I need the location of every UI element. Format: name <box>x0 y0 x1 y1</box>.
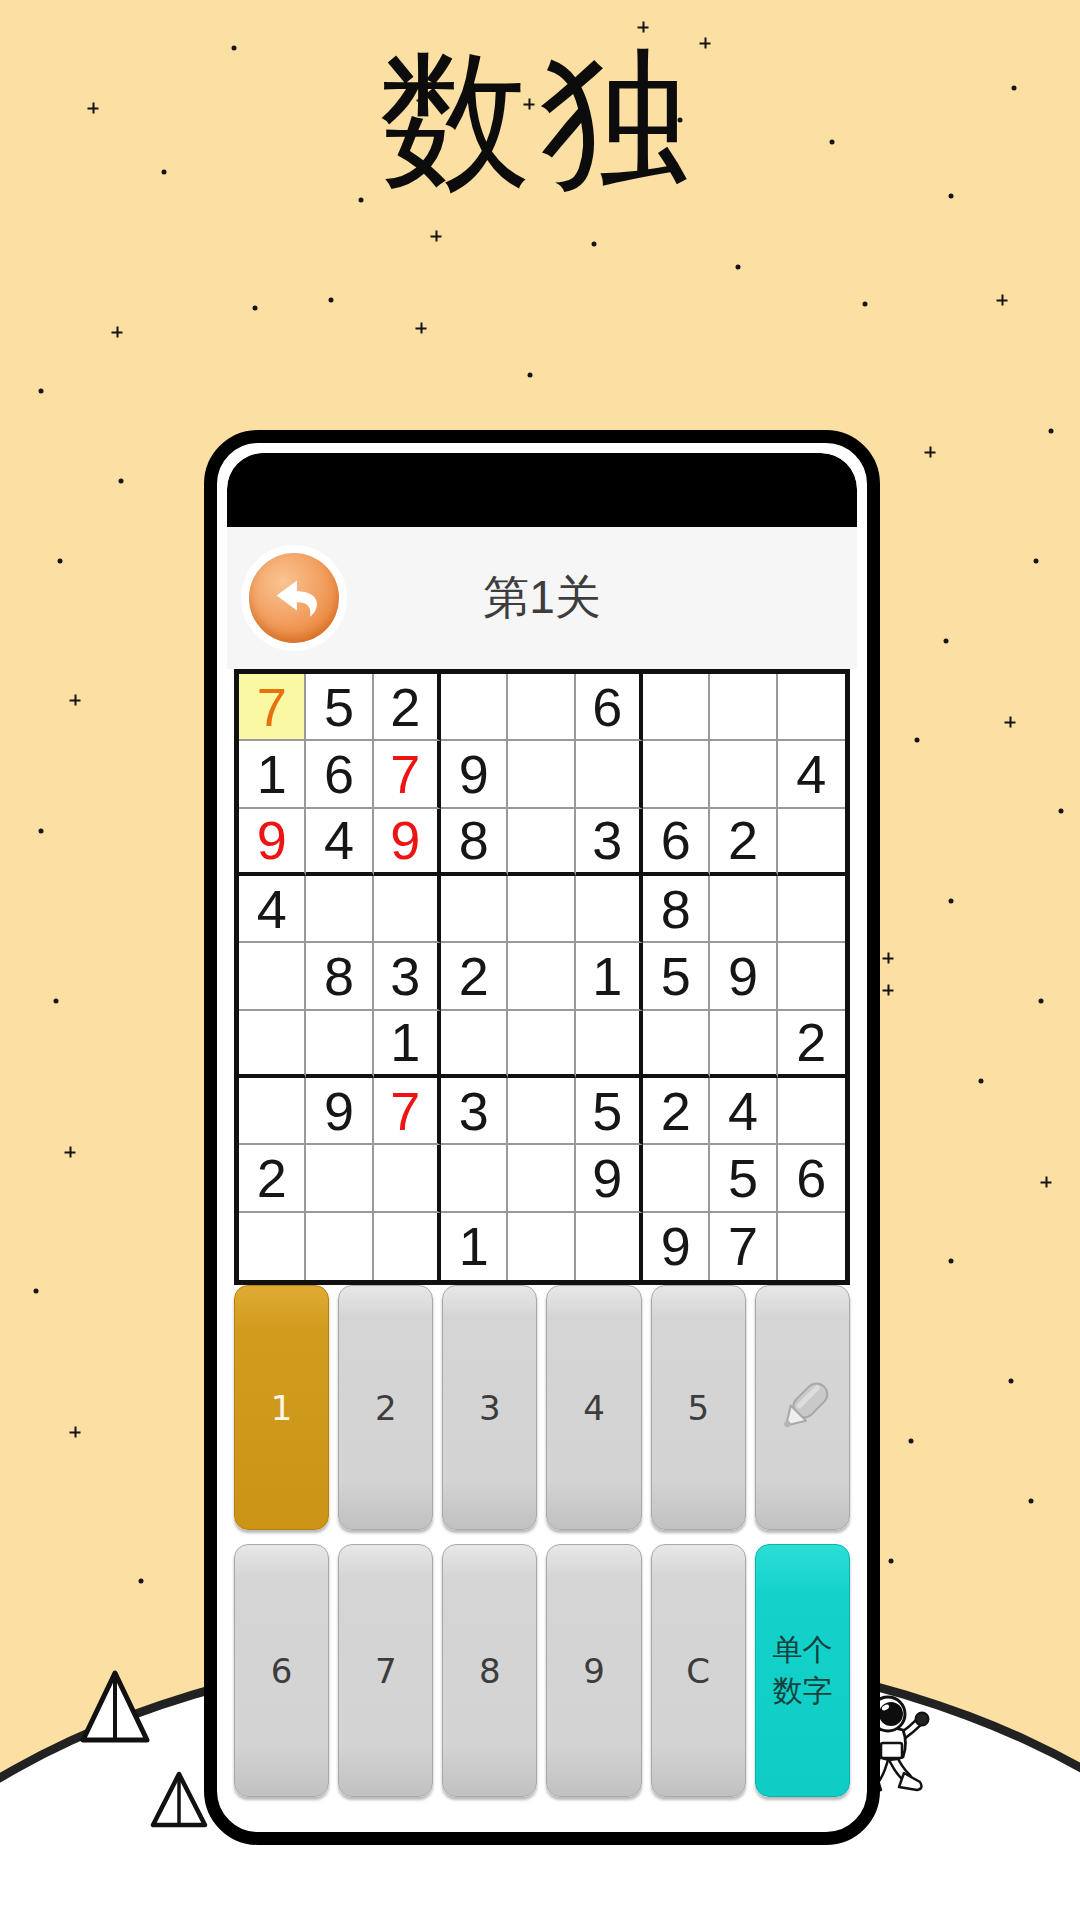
sudoku-cell-r2c4[interactable]: 9 <box>441 741 508 808</box>
key-9[interactable]: 9 <box>546 1544 641 1797</box>
sudoku-cell-r4c4[interactable] <box>441 876 508 943</box>
phone-frame: 第1关 752616794949836248832159129735242956… <box>204 430 880 1845</box>
sudoku-cell-r4c6[interactable] <box>576 876 643 943</box>
sudoku-cell-r4c1[interactable]: 4 <box>239 876 306 943</box>
star-decoration <box>944 639 949 644</box>
sudoku-cell-r4c8[interactable] <box>710 876 777 943</box>
sudoku-cell-r3c7[interactable]: 6 <box>643 809 710 876</box>
star-decoration <box>1034 559 1039 564</box>
sudoku-cell-r1c3[interactable]: 2 <box>374 674 441 741</box>
key-C[interactable]: C <box>651 1544 746 1797</box>
sudoku-cell-r1c9[interactable] <box>778 674 845 741</box>
sudoku-cell-r6c3[interactable]: 1 <box>374 1011 441 1078</box>
sudoku-cell-r3c5[interactable] <box>508 809 575 876</box>
sudoku-cell-r8c3[interactable] <box>374 1145 441 1212</box>
app-header: 第1关 <box>227 527 857 669</box>
star-decoration <box>1005 717 1016 728</box>
sudoku-cell-r7c9[interactable] <box>778 1078 845 1145</box>
star-decoration <box>915 738 920 743</box>
sudoku-cell-r7c1[interactable] <box>239 1078 306 1145</box>
sudoku-cell-r1c6[interactable]: 6 <box>576 674 643 741</box>
sudoku-cell-r5c7[interactable]: 5 <box>643 943 710 1010</box>
sudoku-cell-r6c4[interactable] <box>441 1011 508 1078</box>
keypad-row-2: 6789C单个数字 <box>234 1544 850 1797</box>
sudoku-cell-r2c8[interactable] <box>710 741 777 808</box>
sudoku-cell-r6c7[interactable] <box>643 1011 710 1078</box>
key-8[interactable]: 8 <box>442 1544 537 1797</box>
sudoku-cell-r2c6[interactable] <box>576 741 643 808</box>
sudoku-cell-r8c1[interactable]: 2 <box>239 1145 306 1212</box>
star-decoration <box>883 953 894 964</box>
key-3[interactable]: 3 <box>442 1285 537 1530</box>
star-decoration <box>863 302 868 307</box>
sudoku-cell-r9c1[interactable] <box>239 1213 306 1280</box>
pencil-icon <box>761 1367 843 1449</box>
sudoku-cell-r7c7[interactable]: 2 <box>643 1078 710 1145</box>
sudoku-cell-r9c9[interactable] <box>778 1213 845 1280</box>
star-decoration <box>39 829 44 834</box>
sudoku-cell-r5c2[interactable]: 8 <box>306 943 373 1010</box>
sudoku-cell-r5c9[interactable] <box>778 943 845 1010</box>
star-decoration <box>979 1079 984 1084</box>
key-7[interactable]: 7 <box>338 1544 433 1797</box>
sudoku-cell-r9c5[interactable] <box>508 1213 575 1280</box>
star-decoration <box>1049 429 1054 434</box>
sudoku-cell-r9c6[interactable] <box>576 1213 643 1280</box>
sudoku-cell-r3c2[interactable]: 4 <box>306 809 373 876</box>
star-decoration <box>253 306 258 311</box>
star-decoration <box>883 985 894 996</box>
star-decoration <box>997 295 1008 306</box>
sudoku-cell-r5c3[interactable]: 3 <box>374 943 441 1010</box>
sudoku-cell-r8c7[interactable] <box>643 1145 710 1212</box>
sudoku-cell-r6c1[interactable] <box>239 1011 306 1078</box>
sudoku-cell-r8c8[interactable]: 5 <box>710 1145 777 1212</box>
sudoku-cell-r2c9[interactable]: 4 <box>778 741 845 808</box>
sudoku-cell-r4c3[interactable] <box>374 876 441 943</box>
app-title: 数独 <box>0 30 1080 210</box>
back-button[interactable] <box>249 553 339 643</box>
key-pencil[interactable] <box>755 1285 850 1530</box>
sudoku-cell-r1c4[interactable] <box>441 674 508 741</box>
sudoku-cell-r5c5[interactable] <box>508 943 575 1010</box>
sudoku-cell-r3c8[interactable]: 2 <box>710 809 777 876</box>
sudoku-cell-r5c8[interactable]: 9 <box>710 943 777 1010</box>
sudoku-cell-r4c5[interactable] <box>508 876 575 943</box>
star-decoration <box>592 242 597 247</box>
star-decoration <box>528 373 533 378</box>
sudoku-cell-r7c4[interactable]: 3 <box>441 1078 508 1145</box>
star-decoration <box>329 298 334 303</box>
sudoku-cell-r1c2[interactable]: 5 <box>306 674 373 741</box>
sudoku-cell-r4c9[interactable] <box>778 876 845 943</box>
key-单个数字[interactable]: 单个数字 <box>755 1544 850 1797</box>
star-decoration <box>949 1259 954 1264</box>
star-decoration <box>925 447 936 458</box>
status-bar <box>227 453 857 527</box>
star-decoration <box>1059 809 1064 814</box>
star-decoration <box>949 899 954 904</box>
sudoku-cell-r2c7[interactable] <box>643 741 710 808</box>
key-4[interactable]: 4 <box>546 1285 641 1530</box>
sudoku-cell-r4c2[interactable] <box>306 876 373 943</box>
app-background: 数独 <box>0 0 1080 1920</box>
sudoku-cell-r7c5[interactable] <box>508 1078 575 1145</box>
number-keypad: 12345 6789C单个数字 <box>234 1285 850 1797</box>
sudoku-cell-r6c6[interactable] <box>576 1011 643 1078</box>
sudoku-cell-r7c3[interactable]: 7 <box>374 1078 441 1145</box>
sudoku-cell-r9c8[interactable]: 7 <box>710 1213 777 1280</box>
sudoku-cell-r3c3[interactable]: 9 <box>374 809 441 876</box>
sudoku-cell-r5c6[interactable]: 1 <box>576 943 643 1010</box>
sudoku-cell-r2c2[interactable]: 6 <box>306 741 373 808</box>
star-decoration <box>119 479 124 484</box>
sudoku-cell-r7c6[interactable]: 5 <box>576 1078 643 1145</box>
sudoku-cell-r9c3[interactable] <box>374 1213 441 1280</box>
sudoku-cell-r1c8[interactable] <box>710 674 777 741</box>
sudoku-cell-r3c6[interactable]: 3 <box>576 809 643 876</box>
sudoku-cell-r3c1[interactable]: 9 <box>239 809 306 876</box>
star-decoration <box>736 265 741 270</box>
sudoku-cell-r9c2[interactable] <box>306 1213 373 1280</box>
sudoku-cell-r7c8[interactable]: 4 <box>710 1078 777 1145</box>
sudoku-cell-r2c5[interactable] <box>508 741 575 808</box>
sudoku-cell-r9c4[interactable]: 1 <box>441 1213 508 1280</box>
level-title: 第1关 <box>483 567 601 629</box>
phone-screen: 第1关 752616794949836248832159129735242956… <box>227 453 857 1822</box>
sudoku-cell-r8c9[interactable]: 6 <box>778 1145 845 1212</box>
star-decoration <box>889 1559 894 1564</box>
sudoku-cell-r5c4[interactable]: 2 <box>441 943 508 1010</box>
sudoku-cell-r8c6[interactable]: 9 <box>576 1145 643 1212</box>
star-decoration <box>1009 1379 1014 1384</box>
key-1[interactable]: 1 <box>234 1285 329 1530</box>
sudoku-cell-r8c4[interactable] <box>441 1145 508 1212</box>
sudoku-cell-r6c5[interactable] <box>508 1011 575 1078</box>
star-decoration <box>70 695 81 706</box>
tent-small-icon <box>150 1770 208 1830</box>
sudoku-cell-r3c4[interactable]: 8 <box>441 809 508 876</box>
keypad-row-1: 12345 <box>234 1285 850 1530</box>
sudoku-cell-r7c2[interactable]: 9 <box>306 1078 373 1145</box>
back-arrow-icon <box>265 569 323 627</box>
key-6[interactable]: 6 <box>234 1544 329 1797</box>
sudoku-cell-r2c3[interactable]: 7 <box>374 741 441 808</box>
sudoku-cell-r6c9[interactable]: 2 <box>778 1011 845 1078</box>
tent-icon <box>80 1668 150 1746</box>
star-decoration <box>58 559 63 564</box>
star-decoration <box>139 1579 144 1584</box>
star-decoration <box>416 323 427 334</box>
sudoku-cell-r6c2[interactable] <box>306 1011 373 1078</box>
star-decoration <box>909 1439 914 1444</box>
star-decoration <box>431 231 442 242</box>
sudoku-board: 752616794949836248832159129735242956197 <box>234 669 850 1285</box>
sudoku-cell-r1c5[interactable] <box>508 674 575 741</box>
star-decoration <box>65 1147 76 1158</box>
sudoku-cell-r6c8[interactable] <box>710 1011 777 1078</box>
star-decoration <box>112 327 123 338</box>
sudoku-cell-r8c5[interactable] <box>508 1145 575 1212</box>
sudoku-cell-r5c1[interactable] <box>239 943 306 1010</box>
star-decoration <box>54 999 59 1004</box>
sudoku-cell-r4c7[interactable]: 8 <box>643 876 710 943</box>
sudoku-cell-r8c2[interactable] <box>306 1145 373 1212</box>
star-decoration <box>1029 1499 1034 1504</box>
sudoku-cell-r1c7[interactable] <box>643 674 710 741</box>
sudoku-cell-r2c1[interactable]: 1 <box>239 741 306 808</box>
key-5[interactable]: 5 <box>651 1285 746 1530</box>
star-decoration <box>34 1289 39 1294</box>
star-decoration <box>1039 999 1044 1004</box>
star-decoration <box>70 1427 81 1438</box>
sudoku-cell-r9c7[interactable]: 9 <box>643 1213 710 1280</box>
sudoku-cell-r1c1[interactable]: 7 <box>239 674 306 741</box>
star-decoration <box>1041 1177 1052 1188</box>
key-2[interactable]: 2 <box>338 1285 433 1530</box>
sudoku-cell-r3c9[interactable] <box>778 809 845 876</box>
star-decoration <box>39 389 44 394</box>
